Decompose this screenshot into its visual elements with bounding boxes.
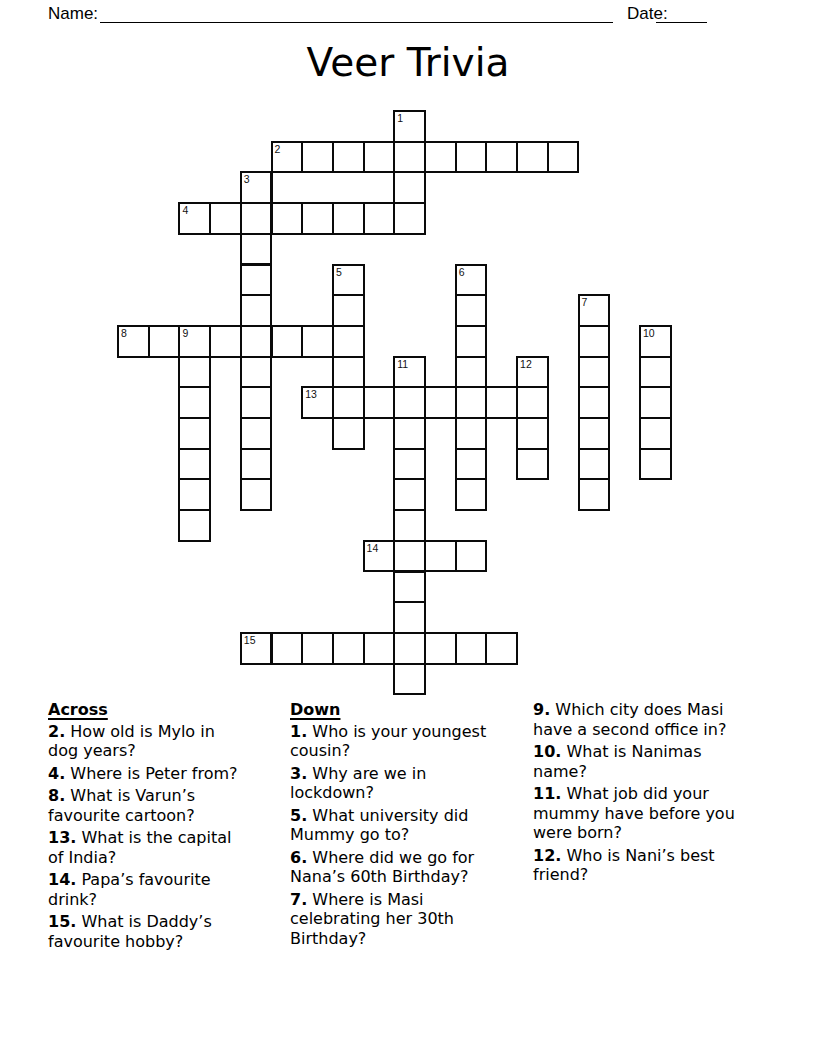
cell-r7-c3[interactable] <box>209 325 242 358</box>
cell-r6-c4[interactable] <box>240 294 273 327</box>
clue-number-label: 10. <box>533 742 561 761</box>
cell-r10-c11[interactable] <box>455 417 488 450</box>
clue-number-13: 13 <box>305 388 317 400</box>
cell-r0-c9[interactable]: 1 <box>393 110 426 143</box>
cell-r3-c2[interactable]: 4 <box>178 202 211 235</box>
clue-number-12: 12 <box>520 358 532 370</box>
cell-r10-c17[interactable] <box>639 417 672 450</box>
clue-12: 12. Who is Nani’s best friend? <box>533 846 778 885</box>
cell-r17-c7[interactable] <box>332 632 365 665</box>
cell-r9-c11[interactable] <box>455 386 488 419</box>
clue-number-label: 12. <box>533 846 561 865</box>
cell-r8-c7[interactable] <box>332 356 365 389</box>
clue-number-label: 9. <box>533 700 550 719</box>
cell-r10-c9[interactable] <box>393 417 426 450</box>
clue-number-label: 4. <box>48 764 65 783</box>
clue-number-label: 5. <box>290 806 307 825</box>
cell-r3-c9[interactable] <box>393 202 426 235</box>
cell-r10-c15[interactable] <box>578 417 611 450</box>
cell-r14-c8[interactable]: 14 <box>363 540 396 573</box>
cell-r7-c4[interactable] <box>240 325 273 358</box>
cell-r1-c7[interactable] <box>332 141 365 174</box>
cell-r7-c1[interactable] <box>148 325 181 358</box>
cell-r9-c10[interactable] <box>424 386 457 419</box>
cell-r2-c9[interactable] <box>393 171 426 204</box>
cell-r9-c8[interactable] <box>363 386 396 419</box>
cell-r3-c8[interactable] <box>363 202 396 235</box>
cell-r18-c9[interactable] <box>393 663 426 696</box>
cell-r3-c5[interactable] <box>271 202 304 235</box>
clue-2: 2. How old is Mylo in dog years? <box>48 722 283 761</box>
cell-r8-c9[interactable]: 11 <box>393 356 426 389</box>
cell-r1-c12[interactable] <box>485 141 518 174</box>
cell-r7-c11[interactable] <box>455 325 488 358</box>
across-clues-column: Across 2. How old is Mylo in dog years?4… <box>48 700 283 954</box>
down-clues-continued-column: 9. Which city does Masi have a second of… <box>533 700 778 888</box>
cell-r15-c9[interactable] <box>393 571 426 604</box>
cell-r5-c11[interactable]: 6 <box>455 264 488 297</box>
cell-r7-c0[interactable]: 8 <box>117 325 150 358</box>
cell-r5-c4[interactable] <box>240 264 273 297</box>
cell-r5-c7[interactable]: 5 <box>332 264 365 297</box>
cell-r1-c13[interactable] <box>516 141 549 174</box>
cell-r17-c6[interactable] <box>301 632 334 665</box>
cell-r12-c11[interactable] <box>455 478 488 511</box>
cell-r16-c9[interactable] <box>393 601 426 634</box>
clue-3: 3. Why are we in lockdown? <box>290 764 525 803</box>
clue-6: 6. Where did we go for Nana’s 60th Birth… <box>290 848 525 887</box>
clue-number-label: 1. <box>290 722 307 741</box>
cell-r2-c4[interactable]: 3 <box>240 171 273 204</box>
cell-r1-c10[interactable] <box>424 141 457 174</box>
cell-r11-c15[interactable] <box>578 448 611 481</box>
cell-r1-c14[interactable] <box>547 141 580 174</box>
clue-14: 14. Papa’s favourite drink? <box>48 870 283 909</box>
cell-r7-c17[interactable]: 10 <box>639 325 672 358</box>
cell-r12-c15[interactable] <box>578 478 611 511</box>
cell-r3-c6[interactable] <box>301 202 334 235</box>
cell-r8-c2[interactable] <box>178 356 211 389</box>
cell-r11-c11[interactable] <box>455 448 488 481</box>
clue-number-label: 7. <box>290 890 307 909</box>
clue-number-7: 7 <box>582 296 588 308</box>
cell-r6-c15[interactable]: 7 <box>578 294 611 327</box>
cell-r10-c13[interactable] <box>516 417 549 450</box>
across-heading: Across <box>48 700 283 720</box>
clue-number-6: 6 <box>459 266 465 278</box>
cell-r11-c13[interactable] <box>516 448 549 481</box>
down-clues-list: 1. Who is your youngest cousin?3. Why ar… <box>290 722 525 949</box>
cell-r17-c4[interactable]: 15 <box>240 632 273 665</box>
clue-number-10: 10 <box>643 327 655 339</box>
cell-r12-c2[interactable] <box>178 478 211 511</box>
cell-r11-c9[interactable] <box>393 448 426 481</box>
cell-r1-c8[interactable] <box>363 141 396 174</box>
cell-r9-c7[interactable] <box>332 386 365 419</box>
cell-r9-c4[interactable] <box>240 386 273 419</box>
clue-number-label: 8. <box>48 786 65 805</box>
cell-r14-c9[interactable] <box>393 540 426 573</box>
clue-number-label: 6. <box>290 848 307 867</box>
clue-number-9: 9 <box>182 327 188 339</box>
cell-r8-c17[interactable] <box>639 356 672 389</box>
name-blank-line[interactable] <box>100 0 613 23</box>
clue-number-3: 3 <box>244 173 250 185</box>
merged-cells-r2-c5[interactable] <box>271 171 396 204</box>
cell-r9-c15[interactable] <box>578 386 611 419</box>
cell-r10-c2[interactable] <box>178 417 211 450</box>
cell-r17-c12[interactable] <box>485 632 518 665</box>
cell-r10-c7[interactable] <box>332 417 365 450</box>
cell-r3-c4[interactable] <box>240 202 273 235</box>
clue-number-label: 11. <box>533 784 561 803</box>
cell-r8-c11[interactable] <box>455 356 488 389</box>
cell-r8-c15[interactable] <box>578 356 611 389</box>
cell-r1-c9[interactable] <box>393 141 426 174</box>
date-blank-line[interactable] <box>656 0 707 23</box>
cell-r14-c10[interactable] <box>424 540 457 573</box>
cell-r7-c15[interactable] <box>578 325 611 358</box>
down-heading: Down <box>290 700 525 720</box>
cell-r1-c11[interactable] <box>455 141 488 174</box>
cell-r1-c6[interactable] <box>301 141 334 174</box>
cell-r7-c5[interactable] <box>271 325 304 358</box>
clue-number-2: 2 <box>275 143 281 155</box>
clue-11: 11. What job did your mummy have before … <box>533 784 778 843</box>
clue-number-11: 11 <box>397 358 408 370</box>
name-label: Name: <box>48 4 98 24</box>
down-clues-column: Down 1. Who is your youngest cousin?3. W… <box>290 700 525 951</box>
clue-number-8: 8 <box>121 327 127 339</box>
cell-r9-c6[interactable]: 13 <box>301 386 334 419</box>
clue-7: 7. Where is Masi celebrating her 30th Bi… <box>290 890 525 949</box>
clue-number-15: 15 <box>244 634 256 646</box>
cell-r17-c8[interactable] <box>363 632 396 665</box>
cell-r3-c3[interactable] <box>209 202 242 235</box>
clue-13: 13. What is the capital of India? <box>48 828 283 867</box>
across-clues-list: 2. How old is Mylo in dog years?4. Where… <box>48 722 283 952</box>
cell-r11-c2[interactable] <box>178 448 211 481</box>
cell-r8-c13[interactable]: 12 <box>516 356 549 389</box>
clue-8: 8. What is Varun’s favourite cartoon? <box>48 786 283 825</box>
clue-9: 9. Which city does Masi have a second of… <box>533 700 778 739</box>
cell-r9-c13[interactable] <box>516 386 549 419</box>
clue-15: 15. What is Daddy’s favourite hobby? <box>48 912 283 951</box>
cell-r8-c4[interactable] <box>240 356 273 389</box>
cell-r3-c7[interactable] <box>332 202 365 235</box>
clue-1: 1. Who is your youngest cousin? <box>290 722 525 761</box>
cell-r6-c7[interactable] <box>332 294 365 327</box>
clue-number-label: 14. <box>48 870 76 889</box>
clue-number-4: 4 <box>182 204 188 216</box>
crossword-grid: 123456789101112131415 <box>117 110 672 695</box>
clue-number-label: 15. <box>48 912 76 931</box>
clue-5: 5. What university did Mummy go to? <box>290 806 525 845</box>
down-clues-continued-list: 9. Which city does Masi have a second of… <box>533 700 778 885</box>
clue-number-14: 14 <box>367 542 379 554</box>
clue-10: 10. What is Nanimas name? <box>533 742 778 781</box>
clue-number-label: 3. <box>290 764 307 783</box>
cell-r11-c4[interactable] <box>240 448 273 481</box>
clue-number-label: 13. <box>48 828 76 847</box>
cell-r7-c2[interactable]: 9 <box>178 325 211 358</box>
cell-r1-c5[interactable]: 2 <box>271 141 304 174</box>
cell-r9-c9[interactable] <box>393 386 426 419</box>
cell-r14-c11[interactable] <box>455 540 488 573</box>
cell-r17-c10[interactable] <box>424 632 457 665</box>
cell-r9-c12[interactable] <box>485 386 518 419</box>
clue-4: 4. Where is Peter from? <box>48 764 283 784</box>
cell-r13-c2[interactable] <box>178 509 211 542</box>
cell-r7-c7[interactable] <box>332 325 365 358</box>
cell-r12-c9[interactable] <box>393 478 426 511</box>
cell-r17-c5[interactable] <box>271 632 304 665</box>
clue-number-label: 2. <box>48 722 65 741</box>
cell-r9-c17[interactable] <box>639 386 672 419</box>
clue-number-5: 5 <box>336 266 342 278</box>
cell-r9-c2[interactable] <box>178 386 211 419</box>
cell-r13-c9[interactable] <box>393 509 426 542</box>
cell-r17-c11[interactable] <box>455 632 488 665</box>
page-title: Veer Trivia <box>0 40 816 85</box>
cell-r11-c17[interactable] <box>639 448 672 481</box>
cell-r6-c11[interactable] <box>455 294 488 327</box>
cell-r4-c4[interactable] <box>240 233 273 266</box>
cell-r10-c4[interactable] <box>240 417 273 450</box>
cell-r7-c6[interactable] <box>301 325 334 358</box>
cell-r17-c9[interactable] <box>393 632 426 665</box>
cell-r12-c4[interactable] <box>240 478 273 511</box>
clue-number-1: 1 <box>397 112 403 124</box>
